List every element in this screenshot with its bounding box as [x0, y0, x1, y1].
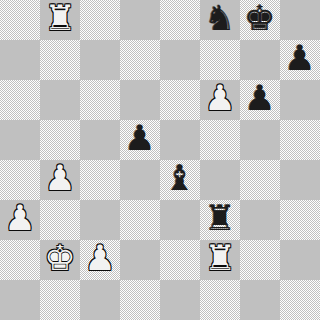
piece-white-pawn: ♟: [4, 198, 35, 238]
square-d6[interactable]: [120, 80, 160, 120]
square-h4[interactable]: [280, 160, 320, 200]
square-e7[interactable]: [160, 40, 200, 80]
square-h8[interactable]: [280, 0, 320, 40]
square-e5[interactable]: [160, 120, 200, 160]
square-h2[interactable]: [280, 240, 320, 280]
square-f3[interactable]: ♜: [200, 200, 240, 240]
square-c3[interactable]: [80, 200, 120, 240]
chess-board: ♜♞♚♟♟♟♟♟♝♟♜♚♟♜: [0, 0, 320, 320]
piece-black-pawn: ♟: [124, 118, 155, 158]
square-f8[interactable]: ♞: [200, 0, 240, 40]
square-e8[interactable]: [160, 0, 200, 40]
square-c5[interactable]: [80, 120, 120, 160]
square-c6[interactable]: [80, 80, 120, 120]
square-g8[interactable]: ♚: [240, 0, 280, 40]
piece-white-pawn: ♟: [44, 158, 75, 198]
piece-white-pawn: ♟: [84, 238, 115, 278]
square-b4[interactable]: ♟: [40, 160, 80, 200]
square-b6[interactable]: [40, 80, 80, 120]
square-a4[interactable]: [0, 160, 40, 200]
square-b8[interactable]: ♜: [40, 0, 80, 40]
piece-black-bishop: ♝: [164, 158, 195, 198]
square-d5[interactable]: ♟: [120, 120, 160, 160]
piece-black-king: ♚: [244, 0, 275, 38]
square-g4[interactable]: [240, 160, 280, 200]
square-d8[interactable]: [120, 0, 160, 40]
square-g6[interactable]: ♟: [240, 80, 280, 120]
square-h3[interactable]: [280, 200, 320, 240]
square-g3[interactable]: [240, 200, 280, 240]
square-a2[interactable]: [0, 240, 40, 280]
square-b3[interactable]: [40, 200, 80, 240]
square-b2[interactable]: ♚: [40, 240, 80, 280]
square-g5[interactable]: [240, 120, 280, 160]
square-a6[interactable]: [0, 80, 40, 120]
square-b1[interactable]: [40, 280, 80, 320]
piece-black-knight: ♞: [204, 0, 235, 38]
square-f2[interactable]: ♜: [200, 240, 240, 280]
square-a5[interactable]: [0, 120, 40, 160]
piece-white-pawn: ♟: [204, 78, 235, 118]
piece-white-king: ♚: [44, 238, 75, 278]
square-h1[interactable]: [280, 280, 320, 320]
piece-black-pawn: ♟: [244, 78, 275, 118]
square-h6[interactable]: [280, 80, 320, 120]
square-e4[interactable]: ♝: [160, 160, 200, 200]
square-f5[interactable]: [200, 120, 240, 160]
square-c7[interactable]: [80, 40, 120, 80]
chess-board-wrapper: ♜♞♚♟♟♟♟♟♝♟♜♚♟♜: [0, 0, 320, 320]
square-f7[interactable]: [200, 40, 240, 80]
piece-white-rook: ♜: [44, 0, 75, 38]
square-h5[interactable]: [280, 120, 320, 160]
square-d7[interactable]: [120, 40, 160, 80]
square-g7[interactable]: [240, 40, 280, 80]
square-g1[interactable]: [240, 280, 280, 320]
square-c1[interactable]: [80, 280, 120, 320]
square-c8[interactable]: [80, 0, 120, 40]
square-d2[interactable]: [120, 240, 160, 280]
square-e6[interactable]: [160, 80, 200, 120]
square-h7[interactable]: ♟: [280, 40, 320, 80]
square-e1[interactable]: [160, 280, 200, 320]
square-c2[interactable]: ♟: [80, 240, 120, 280]
square-a7[interactable]: [0, 40, 40, 80]
square-f6[interactable]: ♟: [200, 80, 240, 120]
square-c4[interactable]: [80, 160, 120, 200]
square-f1[interactable]: [200, 280, 240, 320]
square-f4[interactable]: [200, 160, 240, 200]
square-b5[interactable]: [40, 120, 80, 160]
square-d3[interactable]: [120, 200, 160, 240]
square-d1[interactable]: [120, 280, 160, 320]
square-a1[interactable]: [0, 280, 40, 320]
square-a8[interactable]: [0, 0, 40, 40]
piece-black-pawn: ♟: [284, 38, 315, 78]
square-e3[interactable]: [160, 200, 200, 240]
square-g2[interactable]: [240, 240, 280, 280]
piece-white-rook: ♜: [204, 238, 235, 278]
square-d4[interactable]: [120, 160, 160, 200]
square-e2[interactable]: [160, 240, 200, 280]
piece-black-rook: ♜: [204, 198, 235, 238]
square-b7[interactable]: [40, 40, 80, 80]
square-a3[interactable]: ♟: [0, 200, 40, 240]
